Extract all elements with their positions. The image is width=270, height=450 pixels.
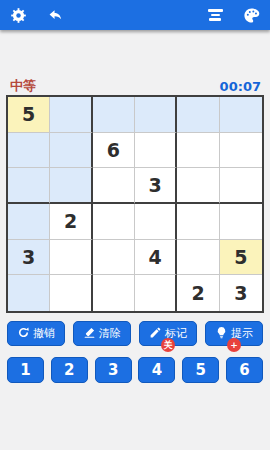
cell-r2c1[interactable]: [8, 133, 50, 169]
numpad-key-3[interactable]: 3: [95, 357, 132, 383]
cell-r2c4[interactable]: [135, 133, 177, 169]
cell-r1c5[interactable]: [177, 97, 219, 133]
pencil-icon: [149, 326, 162, 342]
timer: 00:07: [220, 79, 261, 94]
toolbar: 撤销 清除 标记 关 提示 +: [7, 321, 263, 346]
cell-r3c2[interactable]: [50, 168, 92, 204]
numpad-key-5[interactable]: 5: [182, 357, 219, 383]
mark-off-badge: 关: [161, 338, 175, 352]
menu-list-icon[interactable]: [207, 9, 223, 20]
difficulty-label: 中等: [10, 77, 36, 95]
lightbulb-icon: [215, 326, 228, 342]
cell-r6c3[interactable]: [93, 275, 135, 311]
numpad-key-4[interactable]: 4: [138, 357, 175, 383]
undo-label: 撤销: [33, 326, 55, 341]
app-bar: [0, 0, 270, 30]
cell-r3c6[interactable]: [220, 168, 262, 204]
cell-r3c5[interactable]: [177, 168, 219, 204]
cell-r5c1[interactable]: 3: [8, 240, 50, 276]
cell-r5c2[interactable]: [50, 240, 92, 276]
undo-icon: [17, 326, 30, 342]
cell-r6c1[interactable]: [8, 275, 50, 311]
cell-r4c2[interactable]: 2: [50, 204, 92, 240]
cell-r2c3[interactable]: 6: [93, 133, 135, 169]
settings-gear-icon[interactable]: [10, 7, 27, 24]
cell-r5c4[interactable]: 4: [135, 240, 177, 276]
cell-r6c6[interactable]: 3: [220, 275, 262, 311]
cell-r2c5[interactable]: [177, 133, 219, 169]
cell-r2c6[interactable]: [220, 133, 262, 169]
cell-r1c1[interactable]: 5: [8, 97, 50, 133]
numpad-key-6[interactable]: 6: [226, 357, 263, 383]
cell-r6c4[interactable]: [135, 275, 177, 311]
numpad-key-2[interactable]: 2: [51, 357, 88, 383]
number-pad: 1 2 3 4 5 6: [7, 357, 263, 383]
cell-r5c5[interactable]: [177, 240, 219, 276]
cell-r3c3[interactable]: [93, 168, 135, 204]
cell-r6c2[interactable]: [50, 275, 92, 311]
cell-r1c6[interactable]: [220, 97, 262, 133]
clear-label: 清除: [99, 326, 121, 341]
back-arrow-icon[interactable]: [47, 8, 64, 23]
numpad-key-1[interactable]: 1: [7, 357, 44, 383]
hint-count-badge: +: [227, 338, 241, 352]
cell-r5c6[interactable]: 5: [220, 240, 262, 276]
cell-r1c2[interactable]: [50, 97, 92, 133]
cell-r3c1[interactable]: [8, 168, 50, 204]
cell-r1c4[interactable]: [135, 97, 177, 133]
clear-button[interactable]: 清除: [73, 321, 131, 346]
cell-r3c4[interactable]: 3: [135, 168, 177, 204]
sudoku-grid: 563234523: [6, 95, 264, 313]
theme-palette-icon[interactable]: [243, 7, 260, 24]
cell-r4c3[interactable]: [93, 204, 135, 240]
cell-r2c2[interactable]: [50, 133, 92, 169]
cell-r6c5[interactable]: 2: [177, 275, 219, 311]
eraser-icon: [83, 326, 96, 342]
cell-r5c3[interactable]: [93, 240, 135, 276]
cell-r4c4[interactable]: [135, 204, 177, 240]
mark-button[interactable]: 标记 关: [139, 321, 197, 346]
hint-button[interactable]: 提示 +: [205, 321, 263, 346]
cell-r4c1[interactable]: [8, 204, 50, 240]
status-row: 中等 00:07: [10, 77, 261, 95]
undo-button[interactable]: 撤销: [7, 321, 65, 346]
cell-r1c3[interactable]: [93, 97, 135, 133]
cell-r4c6[interactable]: [220, 204, 262, 240]
cell-r4c5[interactable]: [177, 204, 219, 240]
